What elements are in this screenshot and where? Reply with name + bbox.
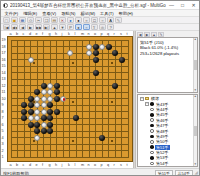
forward-1-button[interactable]: ▶ (27, 24, 34, 30)
black-stone[interactable] (28, 109, 34, 115)
menu-item-2[interactable]: 查看(V) (40, 11, 59, 16)
coord-bottom: m (81, 163, 84, 167)
go-board[interactable] (7, 36, 133, 162)
prev-variation-button[interactable]: ▲ (51, 24, 58, 30)
maximize-button[interactable]: □ (177, 1, 188, 10)
cut-button[interactable]: ✂ (35, 17, 42, 23)
black-stone[interactable] (54, 109, 60, 115)
tree-toggle-icon[interactable]: − (145, 102, 149, 106)
toolbar-row-1: ▢▣▦⎙✂❏▤✕●●○□○A✎ (1, 17, 199, 24)
tree-node-label: 第53手 (155, 155, 169, 160)
black-stone[interactable] (54, 89, 60, 95)
panel-back-icon[interactable]: ◀ (137, 32, 143, 37)
white-move-icon (150, 118, 154, 122)
coord-top: l (75, 32, 76, 36)
panel-edit-icon[interactable]: ✎ (158, 32, 164, 37)
white-stone[interactable] (86, 44, 92, 50)
status-help-text: 按F1获取帮助 (3, 171, 153, 176)
coord-top: d (29, 32, 31, 36)
tree-node-label: 棋谱 (150, 96, 160, 101)
coord-top: k (68, 32, 70, 36)
coord-bottom: t (127, 163, 128, 167)
black-stone[interactable] (41, 115, 47, 121)
menu-item-0[interactable]: 文件(F) (2, 11, 21, 16)
coord-left: 3 (2, 142, 4, 146)
coord-bottom: j (62, 163, 63, 167)
scroll-up-icon[interactable]: ▲ (194, 95, 197, 99)
black-stone[interactable] (93, 44, 99, 50)
coord-bottom: e (36, 163, 38, 167)
coord-left: 13 (2, 77, 6, 81)
coord-top: o (94, 32, 96, 36)
coord-left: 12 (2, 84, 6, 88)
black-stone[interactable] (28, 102, 34, 108)
panel-forward-icon[interactable]: ▶ (144, 32, 150, 37)
coord-bottom: f (42, 163, 43, 167)
tree-node-label: 第49手 (155, 134, 169, 139)
white-move-icon (150, 108, 154, 112)
copy-button[interactable]: ❏ (43, 17, 50, 23)
white-stone[interactable] (47, 83, 53, 89)
coord-top: t (127, 32, 128, 36)
coord-bottom: a (10, 163, 12, 167)
white-move-icon (150, 140, 154, 144)
analyze-button[interactable]: ● (67, 17, 74, 23)
white-stone[interactable] (99, 44, 105, 50)
zoom-board-button[interactable]: ◎ (99, 24, 106, 30)
tree-node-label: 第43手 (155, 102, 169, 107)
black-move-icon (150, 124, 154, 128)
forward-10-button[interactable]: ▶▶ (35, 24, 42, 30)
hoshi-point (111, 140, 113, 142)
status-move-pane: 第51手 (155, 170, 173, 176)
pass-button[interactable]: P (67, 24, 74, 30)
menu-item-3[interactable]: 导航(N) (59, 11, 78, 16)
white-stone[interactable] (34, 115, 40, 121)
tree-node-12[interactable]: 第54手 (139, 161, 192, 166)
coord-left: 8 (2, 110, 4, 114)
multigo-window: 20190413_第4届梦百合杯世界围棋公开赛预选赛_黑中盘胜_分析.sgf -… (0, 0, 200, 176)
black-stone[interactable] (34, 122, 40, 128)
coord-bottom: p (101, 163, 103, 167)
black-move-icon (150, 102, 154, 106)
comment-line-playouts: 253+1/2628 playouts (140, 51, 191, 57)
coord-bottom: n (88, 163, 90, 167)
label-a-button[interactable]: A (107, 17, 114, 23)
to-end-button[interactable]: ▶| (43, 24, 50, 30)
scroll-thumb[interactable] (194, 126, 197, 136)
mark-square-button[interactable]: □ (91, 17, 98, 23)
resize-grip-icon[interactable]: ◢ (195, 170, 198, 176)
black-stone[interactable] (41, 83, 47, 89)
back-1-button[interactable]: ◀ (19, 24, 26, 30)
black-stone[interactable] (112, 50, 118, 56)
black-move-icon (150, 145, 154, 149)
coord-bottom: g (49, 163, 51, 167)
comment-box[interactable]: 第51手 (J10) Black 61.0% (-1.4%) 253+1/262… (137, 37, 198, 93)
tree-node-label: 第54手 (155, 161, 169, 166)
black-stone[interactable] (54, 83, 60, 89)
black-stone[interactable] (41, 128, 47, 134)
white-stone[interactable] (41, 122, 47, 128)
menu-item-6[interactable]: 帮助(H) (116, 11, 135, 16)
coord-bottom: s (120, 163, 122, 167)
tree-node-label: 第44手 (155, 107, 169, 112)
white-stone[interactable] (34, 135, 40, 141)
tree-node-label: 第47手 (155, 123, 169, 128)
black-stone[interactable] (54, 96, 60, 102)
coord-top: e (36, 32, 38, 36)
coord-left: 6 (2, 123, 4, 127)
scroll-down-icon[interactable]: ▼ (194, 89, 197, 93)
board-panel: abcdefghjklmnopqrstabcdefghjklmnopqrst19… (1, 31, 133, 168)
window-title: 20190413_第4届梦百合杯世界围棋公开赛预选赛_黑中盘胜_分析.sgf -… (10, 3, 166, 8)
game-record-icon (145, 97, 149, 101)
black-stone[interactable] (119, 57, 125, 63)
coord-left: 16 (2, 58, 6, 62)
black-stone[interactable] (47, 128, 53, 134)
tree-toggle-icon[interactable]: − (140, 97, 144, 101)
coord-left: 15 (2, 64, 6, 68)
coord-bottom: d (29, 163, 31, 167)
analysis-panel: ◀▶▲✎ 第51手 (J10) Black 61.0% (-1.4%) 253+… (136, 31, 199, 168)
save-file-button[interactable]: ▦ (19, 17, 26, 23)
tree-node-label: 第46手 (155, 118, 169, 123)
coord-top: m (81, 32, 84, 36)
black-stone[interactable] (99, 135, 105, 141)
coord-left: 11 (2, 90, 6, 94)
coord-left: 9 (2, 103, 4, 107)
scroll-up-icon[interactable]: ▲ (194, 38, 197, 42)
tree-node-label: 第50手 (155, 139, 169, 144)
hoshi-point (111, 62, 113, 64)
coord-top: h (55, 32, 57, 36)
coord-top: n (88, 32, 90, 36)
white-stone[interactable] (41, 109, 47, 115)
white-stone[interactable] (47, 96, 53, 102)
mark-circle-button[interactable]: ○ (99, 17, 106, 23)
black-stone[interactable] (28, 122, 34, 128)
coord-left: 1 (2, 155, 4, 159)
play-white-button[interactable]: ○ (83, 17, 90, 23)
white-move-icon (150, 162, 154, 166)
white-stone[interactable] (41, 96, 47, 102)
coord-bottom: r (114, 163, 115, 167)
coord-left: 18 (2, 45, 6, 49)
minimize-button[interactable]: — (166, 1, 177, 10)
white-stone[interactable] (67, 50, 73, 56)
white-stone[interactable] (41, 89, 47, 95)
tree-scrollbar[interactable]: ▲ ▼ (193, 95, 198, 166)
black-stone[interactable] (47, 115, 53, 121)
white-stone[interactable] (34, 96, 40, 102)
coord-left: 4 (2, 136, 4, 140)
black-stone[interactable] (47, 102, 53, 108)
white-stone[interactable] (47, 89, 53, 95)
coord-left: 2 (2, 149, 4, 153)
back-10-button[interactable]: ◀◀ (11, 24, 18, 30)
tree-node-label: 第51手 (155, 145, 169, 150)
coord-left: 14 (2, 71, 6, 75)
coord-top: p (101, 32, 103, 36)
coord-bottom: b (16, 163, 18, 167)
open-file-button[interactable]: ▣ (11, 17, 18, 23)
black-move-icon (150, 135, 154, 139)
next-variation-button[interactable]: ▼ (59, 24, 66, 30)
to-start-button[interactable]: |◀ (3, 24, 10, 30)
black-stone[interactable] (21, 109, 27, 115)
coord-bottom: h (55, 163, 57, 167)
coord-top: f (42, 32, 43, 36)
edit-mode-button[interactable]: ✎ (115, 17, 122, 23)
white-move-icon (150, 129, 154, 133)
black-stone[interactable] (106, 44, 112, 50)
scroll-down-icon[interactable]: ▼ (194, 163, 197, 167)
play-black-button[interactable]: ● (75, 17, 82, 23)
white-stone[interactable] (34, 102, 40, 108)
white-stone[interactable] (86, 50, 92, 56)
black-stone[interactable] (47, 122, 53, 128)
coord-top: b (16, 32, 18, 36)
tree-node-label: 第52手 (155, 150, 169, 155)
black-stone[interactable] (34, 89, 40, 95)
title-bar[interactable]: 20190413_第4届梦百合杯世界围棋公开赛预选赛_黑中盘胜_分析.sgf -… (1, 1, 199, 10)
comment-scrollbar[interactable]: ▲ ▼ (193, 38, 198, 92)
menu-item-4[interactable]: 标记(M) (78, 11, 98, 16)
black-stone[interactable] (47, 109, 53, 115)
white-stone[interactable] (41, 102, 47, 108)
coord-top: g (49, 32, 51, 36)
menu-bar: 文件(F)编辑(E)查看(V)导航(N)标记(M)工具(T)帮助(H) (1, 10, 199, 17)
delete-button[interactable]: ✕ (59, 17, 66, 23)
coord-bottom: c (23, 163, 25, 167)
scroll-thumb[interactable] (194, 60, 197, 70)
menu-item-5[interactable]: 工具(T) (98, 11, 117, 16)
coord-left: 7 (2, 116, 4, 120)
main-area: abcdefghjklmnopqrstabcdefghjklmnopqrst19… (1, 31, 199, 168)
black-move-icon (150, 113, 154, 117)
show-black-button[interactable]: ● (75, 24, 82, 30)
coord-top: j (62, 32, 63, 36)
hoshi-point (72, 140, 74, 142)
game-tree: −棋谱−第43手第44手第45手第46手第47手第48手第49手第50手第51手… (137, 94, 198, 167)
coord-left: 17 (2, 51, 6, 55)
new-file-button[interactable]: ▢ (3, 17, 10, 23)
black-stone[interactable] (21, 102, 27, 108)
black-move-icon (150, 156, 154, 160)
close-button[interactable]: ✕ (188, 1, 199, 10)
white-move-icon (150, 151, 154, 155)
black-stone[interactable] (93, 50, 99, 56)
black-stone[interactable] (93, 70, 99, 76)
coord-left: 19 (2, 38, 6, 42)
last-move-marker (63, 98, 65, 100)
black-stone[interactable] (34, 128, 40, 134)
black-stone[interactable] (93, 57, 99, 63)
count-button[interactable]: ∑ (91, 24, 98, 30)
coord-top: s (120, 32, 122, 36)
coord-top: r (114, 32, 115, 36)
coord-left: 5 (2, 129, 4, 133)
white-stone[interactable] (28, 57, 34, 63)
coord-top: c (23, 32, 25, 36)
paste-button[interactable]: ▤ (51, 17, 58, 23)
white-stone[interactable] (34, 109, 40, 115)
coord-top: q (107, 32, 109, 36)
coord-top: a (10, 32, 12, 36)
tree-node-label: 第45手 (155, 112, 169, 117)
menu-item-1[interactable]: 编辑(E) (21, 11, 40, 16)
hoshi-point (72, 62, 74, 64)
coord-bottom: q (107, 163, 109, 167)
black-stone[interactable] (73, 115, 79, 121)
coord-bottom: k (68, 163, 70, 167)
white-stone[interactable] (60, 96, 66, 102)
hoshi-point (72, 101, 74, 103)
white-stone[interactable] (28, 115, 34, 121)
hoshi-point (111, 101, 113, 103)
show-white-button[interactable]: ○ (83, 24, 90, 30)
app-icon (3, 3, 8, 8)
black-stone[interactable] (112, 83, 118, 89)
coord-bottom: o (94, 163, 96, 167)
game-tree-rows: −棋谱−第43手第44手第45手第46手第47手第48手第49手第50手第51手… (139, 96, 192, 166)
tree-node-label: 第48手 (155, 129, 169, 134)
status-bar: 按F1获取帮助 第51手 共54手 ◢ (1, 168, 199, 176)
black-stone[interactable] (21, 115, 27, 121)
toolbar-row-2: |◀◀◀◀▶▶▶▶|▲▼P●○∑◎? (1, 24, 199, 31)
panel-up-icon[interactable]: ▲ (151, 32, 157, 37)
status-total-pane: 共54手 (175, 170, 193, 176)
coord-bottom: l (75, 163, 76, 167)
help-button[interactable]: ? (107, 24, 114, 30)
coord-left: 10 (2, 97, 6, 101)
black-stone[interactable] (28, 96, 34, 102)
print-button[interactable]: ⎙ (27, 17, 34, 23)
